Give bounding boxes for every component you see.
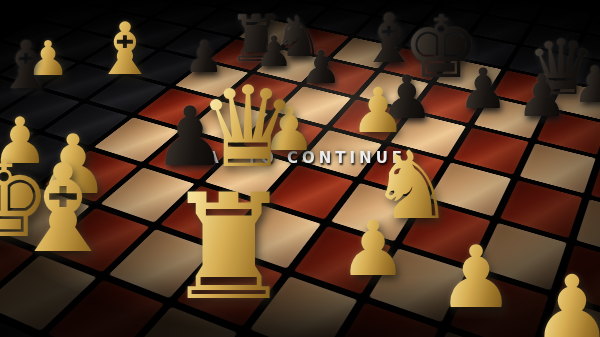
gold-rook: ♜ (164, 174, 295, 320)
dark-pawn: ♟ (573, 60, 600, 110)
gold-pawn: ♟ (531, 264, 600, 337)
gold-bishop: ♝ (8, 148, 117, 270)
dark-pawn: ♟ (516, 67, 568, 125)
game-screen: ♜♞♝♚♛♝♟♟♟♟♟♟♟♟♟♝♛♟♟♞♟♟♚♝♜♟♟♟ TAP TO CONT… (0, 0, 600, 337)
dark-pawn: ♟ (300, 44, 341, 90)
gold-pawn: ♟ (339, 211, 407, 287)
dark-pawn: ♟ (458, 61, 508, 117)
gold-pawn: ♟ (437, 234, 514, 320)
gold-bishop: ♝ (93, 13, 158, 85)
dark-bishop: ♝ (0, 33, 56, 99)
